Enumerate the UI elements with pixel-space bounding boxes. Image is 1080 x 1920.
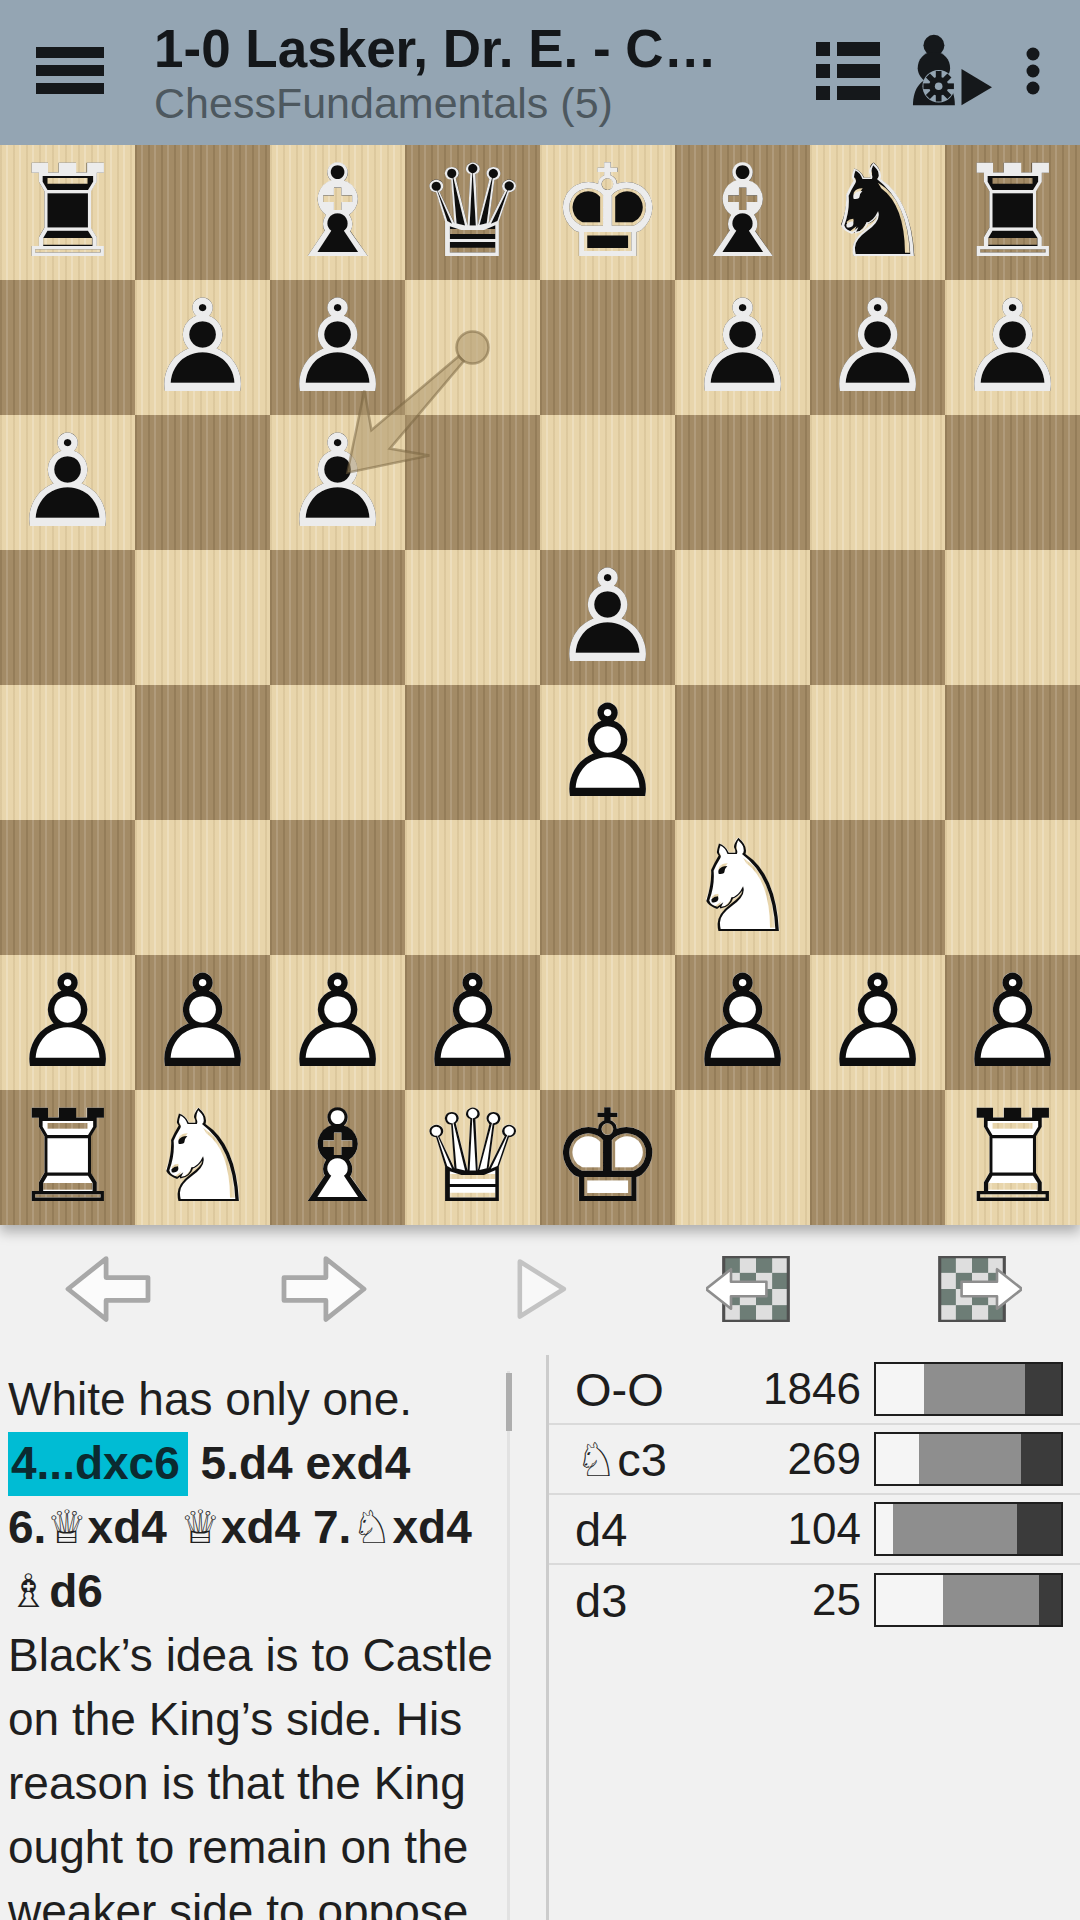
white-pawn: ♟︎ <box>540 682 675 817</box>
square-a4[interactable] <box>0 685 135 820</box>
analysis-area: White has only one. 4...dxc6 5.d4 exd4 6… <box>0 1355 1080 1920</box>
draw-segment <box>943 1575 1039 1625</box>
square-d7[interactable] <box>405 280 540 415</box>
square-d8[interactable]: ♛♕ <box>405 145 540 280</box>
previous-game-icon <box>706 1256 806 1325</box>
square-f3[interactable]: ♞♘ <box>675 820 810 955</box>
draw-segment <box>919 1434 1022 1484</box>
highlighted-move[interactable]: 4...dxc6 <box>8 1432 188 1496</box>
square-c7[interactable]: ♟︎♙ <box>270 280 405 415</box>
square-g4[interactable] <box>810 685 945 820</box>
white-segment <box>876 1434 919 1484</box>
black-pawn: ♟︎ <box>135 277 270 412</box>
piece-outline: ♕ <box>405 1087 540 1222</box>
white-segment <box>876 1575 943 1625</box>
white-pawn: ♟︎ <box>270 952 405 1087</box>
white-rook: ♜ <box>0 1087 135 1222</box>
piece-outline: ♖ <box>945 142 1080 277</box>
previous-game-button[interactable] <box>648 1225 864 1355</box>
black-rook: ♜ <box>945 142 1080 277</box>
piece-outline: ♙ <box>540 682 675 817</box>
square-e7[interactable] <box>540 280 675 415</box>
book-move-count: 104 <box>711 1504 861 1554</box>
engine-analysis-button[interactable] <box>902 31 1002 114</box>
black-rook: ♜ <box>0 142 135 277</box>
board-area: ♜♖♝♗♛♕♚♔♝♗♞♘♜♖♟︎♙♟︎♙♟︎♙♟︎♙♟︎♙♟︎♙♟︎♙♟︎♙♟︎… <box>0 145 1080 1225</box>
piece-outline: ♙ <box>270 412 405 547</box>
piece-outline: ♙ <box>0 952 135 1087</box>
piece-outline: ♙ <box>540 547 675 682</box>
piece-outline: ♙ <box>270 277 405 412</box>
white-segment <box>876 1364 924 1414</box>
play-icon <box>507 1249 573 1332</box>
square-g8[interactable]: ♞♘ <box>810 145 945 280</box>
black-bishop: ♝ <box>270 142 405 277</box>
square-h2[interactable]: ♟︎♙ <box>945 955 1080 1090</box>
square-f2[interactable]: ♟︎♙ <box>675 955 810 1090</box>
piece-outline: ♕ <box>405 142 540 277</box>
piece-outline: ♙ <box>810 277 945 412</box>
white-king: ♚ <box>540 1087 675 1222</box>
white-pawn: ♟︎ <box>135 952 270 1087</box>
scrollbar-track[interactable] <box>507 1371 510 1920</box>
next-game-icon <box>922 1256 1022 1325</box>
square-d6[interactable] <box>405 415 540 550</box>
draw-segment <box>893 1504 1017 1554</box>
piece-outline: ♖ <box>0 1087 135 1222</box>
white-bishop: ♝ <box>270 1087 405 1222</box>
square-d1[interactable]: ♛♕ <box>405 1090 540 1225</box>
square-g2[interactable]: ♟︎♙ <box>810 955 945 1090</box>
square-a3[interactable] <box>0 820 135 955</box>
square-c2[interactable]: ♟︎♙ <box>270 955 405 1090</box>
square-b2[interactable]: ♟︎♙ <box>135 955 270 1090</box>
white-pawn: ♟︎ <box>405 952 540 1087</box>
book-move-row[interactable]: O-O1846 <box>549 1355 1080 1425</box>
app-bar: 1-0 Lasker, Dr. E. - C… ChessFundamental… <box>0 0 1080 145</box>
black-queen: ♛ <box>405 142 540 277</box>
square-g6[interactable] <box>810 415 945 550</box>
next-game-button[interactable] <box>864 1225 1080 1355</box>
win-draw-loss-bar <box>874 1573 1063 1627</box>
previous-move-button[interactable] <box>0 1225 216 1355</box>
square-b5[interactable] <box>135 550 270 685</box>
book-move-label: d3 <box>575 1573 711 1628</box>
square-e1[interactable]: ♚♔ <box>540 1090 675 1225</box>
black-pawn: ♟︎ <box>810 277 945 412</box>
square-f6[interactable] <box>675 415 810 550</box>
opening-book-panel: O-O1846♘c3269d4104d325 <box>549 1355 1080 1920</box>
move-navigation-bar <box>0 1225 1080 1355</box>
black-pawn: ♟︎ <box>945 277 1080 412</box>
book-move-count: 1846 <box>711 1364 861 1414</box>
square-e8[interactable]: ♚♔ <box>540 145 675 280</box>
book-move-row[interactable]: d325 <box>549 1565 1080 1635</box>
square-f7[interactable]: ♟︎♙ <box>675 280 810 415</box>
book-move-row[interactable]: d4104 <box>549 1495 1080 1565</box>
book-move-count: 25 <box>711 1575 861 1625</box>
comment-before-move: White has only one. <box>8 1373 412 1425</box>
black-pawn: ♟︎ <box>270 277 405 412</box>
play-moves-button[interactable] <box>432 1225 648 1355</box>
square-d4[interactable] <box>405 685 540 820</box>
title-block: 1-0 Lasker, Dr. E. - C… ChessFundamental… <box>154 19 816 127</box>
win-draw-loss-bar <box>874 1362 1063 1416</box>
square-h8[interactable]: ♜♖ <box>945 145 1080 280</box>
piece-outline: ♘ <box>675 817 810 952</box>
black-pawn: ♟︎ <box>270 412 405 547</box>
scrollbar-thumb[interactable] <box>506 1373 512 1431</box>
piece-outline: ♘ <box>810 142 945 277</box>
square-f1[interactable] <box>675 1090 810 1225</box>
white-pawn: ♟︎ <box>675 952 810 1087</box>
square-a8[interactable]: ♜♖ <box>0 145 135 280</box>
square-d3[interactable] <box>405 820 540 955</box>
black-segment <box>1025 1364 1061 1414</box>
square-b4[interactable] <box>135 685 270 820</box>
annotation-panel: White has only one. 4...dxc6 5.d4 exd4 6… <box>0 1355 549 1920</box>
square-h3[interactable] <box>945 820 1080 955</box>
square-h6[interactable] <box>945 415 1080 550</box>
square-e3[interactable] <box>540 820 675 955</box>
draw-segment <box>924 1364 1025 1414</box>
black-pawn: ♟︎ <box>675 277 810 412</box>
next-move-button[interactable] <box>216 1225 432 1355</box>
square-e2[interactable] <box>540 955 675 1090</box>
white-queen: ♛ <box>405 1087 540 1222</box>
square-f4[interactable] <box>675 685 810 820</box>
database-subtitle: ChessFundamentals (5) <box>154 79 816 127</box>
piece-outline: ♙ <box>405 952 540 1087</box>
piece-outline: ♔ <box>540 1087 675 1222</box>
square-b3[interactable] <box>135 820 270 955</box>
piece-outline: ♗ <box>270 142 405 277</box>
square-c8[interactable]: ♝♗ <box>270 145 405 280</box>
piece-outline: ♖ <box>945 1087 1080 1222</box>
square-b6[interactable] <box>135 415 270 550</box>
square-d2[interactable]: ♟︎♙ <box>405 955 540 1090</box>
square-g3[interactable] <box>810 820 945 955</box>
back-arrow-icon <box>60 1249 156 1332</box>
white-rook: ♜ <box>945 1087 1080 1222</box>
black-pawn: ♟︎ <box>540 547 675 682</box>
game-list-icon <box>816 42 880 103</box>
win-draw-loss-bar <box>874 1502 1063 1556</box>
book-move-label: d4 <box>575 1502 711 1557</box>
square-b1[interactable]: ♞♘ <box>135 1090 270 1225</box>
forward-arrow-icon <box>276 1249 372 1332</box>
black-king: ♚ <box>540 142 675 277</box>
square-a5[interactable] <box>0 550 135 685</box>
square-d5[interactable] <box>405 550 540 685</box>
piece-outline: ♙ <box>945 277 1080 412</box>
white-pawn: ♟︎ <box>0 952 135 1087</box>
piece-outline: ♙ <box>945 952 1080 1087</box>
piece-outline: ♙ <box>0 412 135 547</box>
menu-button[interactable] <box>30 46 110 99</box>
game-title: 1-0 Lasker, Dr. E. - C… <box>154 19 816 79</box>
black-segment <box>1039 1575 1061 1625</box>
square-c6[interactable]: ♟︎♙ <box>270 415 405 550</box>
square-c3[interactable] <box>270 820 405 955</box>
square-e5[interactable]: ♟︎♙ <box>540 550 675 685</box>
piece-outline: ♙ <box>810 952 945 1087</box>
square-a7[interactable] <box>0 280 135 415</box>
square-c5[interactable] <box>270 550 405 685</box>
white-pawn: ♟︎ <box>945 952 1080 1087</box>
book-move-count: 269 <box>711 1434 861 1484</box>
book-move-label: O-O <box>575 1362 711 1417</box>
square-g5[interactable] <box>810 550 945 685</box>
notation-text: White has only one. 4...dxc6 5.d4 exd4 6… <box>8 1367 512 1623</box>
square-a1[interactable]: ♜♖ <box>0 1090 135 1225</box>
square-a2[interactable]: ♟︎♙ <box>0 955 135 1090</box>
square-h1[interactable]: ♜♖ <box>945 1090 1080 1225</box>
white-segment <box>876 1504 893 1554</box>
square-h4[interactable] <box>945 685 1080 820</box>
black-bishop: ♝ <box>675 142 810 277</box>
square-f8[interactable]: ♝♗ <box>675 145 810 280</box>
piece-outline: ♙ <box>270 952 405 1087</box>
square-h5[interactable] <box>945 550 1080 685</box>
comment-text: Black’s idea is to Castle on the King’s … <box>8 1623 512 1920</box>
black-segment <box>1021 1434 1061 1484</box>
book-move-label: ♘c3 <box>575 1432 711 1487</box>
square-e6[interactable] <box>540 415 675 550</box>
engine-play-icon <box>902 31 1002 114</box>
square-h7[interactable]: ♟︎♙ <box>945 280 1080 415</box>
white-pawn: ♟︎ <box>810 952 945 1087</box>
win-draw-loss-bar <box>874 1432 1063 1486</box>
piece-outline: ♙ <box>675 277 810 412</box>
piece-outline: ♗ <box>270 1087 405 1222</box>
square-e4[interactable]: ♟︎♙ <box>540 685 675 820</box>
black-pawn: ♟︎ <box>0 412 135 547</box>
game-list-button[interactable] <box>816 42 880 103</box>
piece-outline: ♙ <box>135 277 270 412</box>
piece-outline: ♙ <box>135 952 270 1087</box>
black-segment <box>1017 1504 1061 1554</box>
white-knight: ♞ <box>675 817 810 952</box>
square-a6[interactable]: ♟︎♙ <box>0 415 135 550</box>
square-g7[interactable]: ♟︎♙ <box>810 280 945 415</box>
piece-outline: ♗ <box>675 142 810 277</box>
piece-outline: ♙ <box>675 952 810 1087</box>
white-knight: ♞ <box>135 1087 270 1222</box>
book-move-row[interactable]: ♘c3269 <box>549 1425 1080 1495</box>
square-c4[interactable] <box>270 685 405 820</box>
overflow-menu-button[interactable] <box>1026 47 1040 98</box>
hamburger-icon <box>36 84 104 99</box>
black-knight: ♞ <box>810 142 945 277</box>
square-g1[interactable] <box>810 1090 945 1225</box>
square-b8[interactable] <box>135 145 270 280</box>
overflow-menu-icon <box>1026 47 1040 98</box>
piece-outline: ♘ <box>135 1087 270 1222</box>
square-f5[interactable] <box>675 550 810 685</box>
square-b7[interactable]: ♟︎♙ <box>135 280 270 415</box>
square-c1[interactable]: ♝♗ <box>270 1090 405 1225</box>
piece-outline: ♖ <box>0 142 135 277</box>
piece-outline: ♔ <box>540 142 675 277</box>
chess-board[interactable]: ♜♖♝♗♛♕♚♔♝♗♞♘♜♖♟︎♙♟︎♙♟︎♙♟︎♙♟︎♙♟︎♙♟︎♙♟︎♙♟︎… <box>0 145 1080 1225</box>
